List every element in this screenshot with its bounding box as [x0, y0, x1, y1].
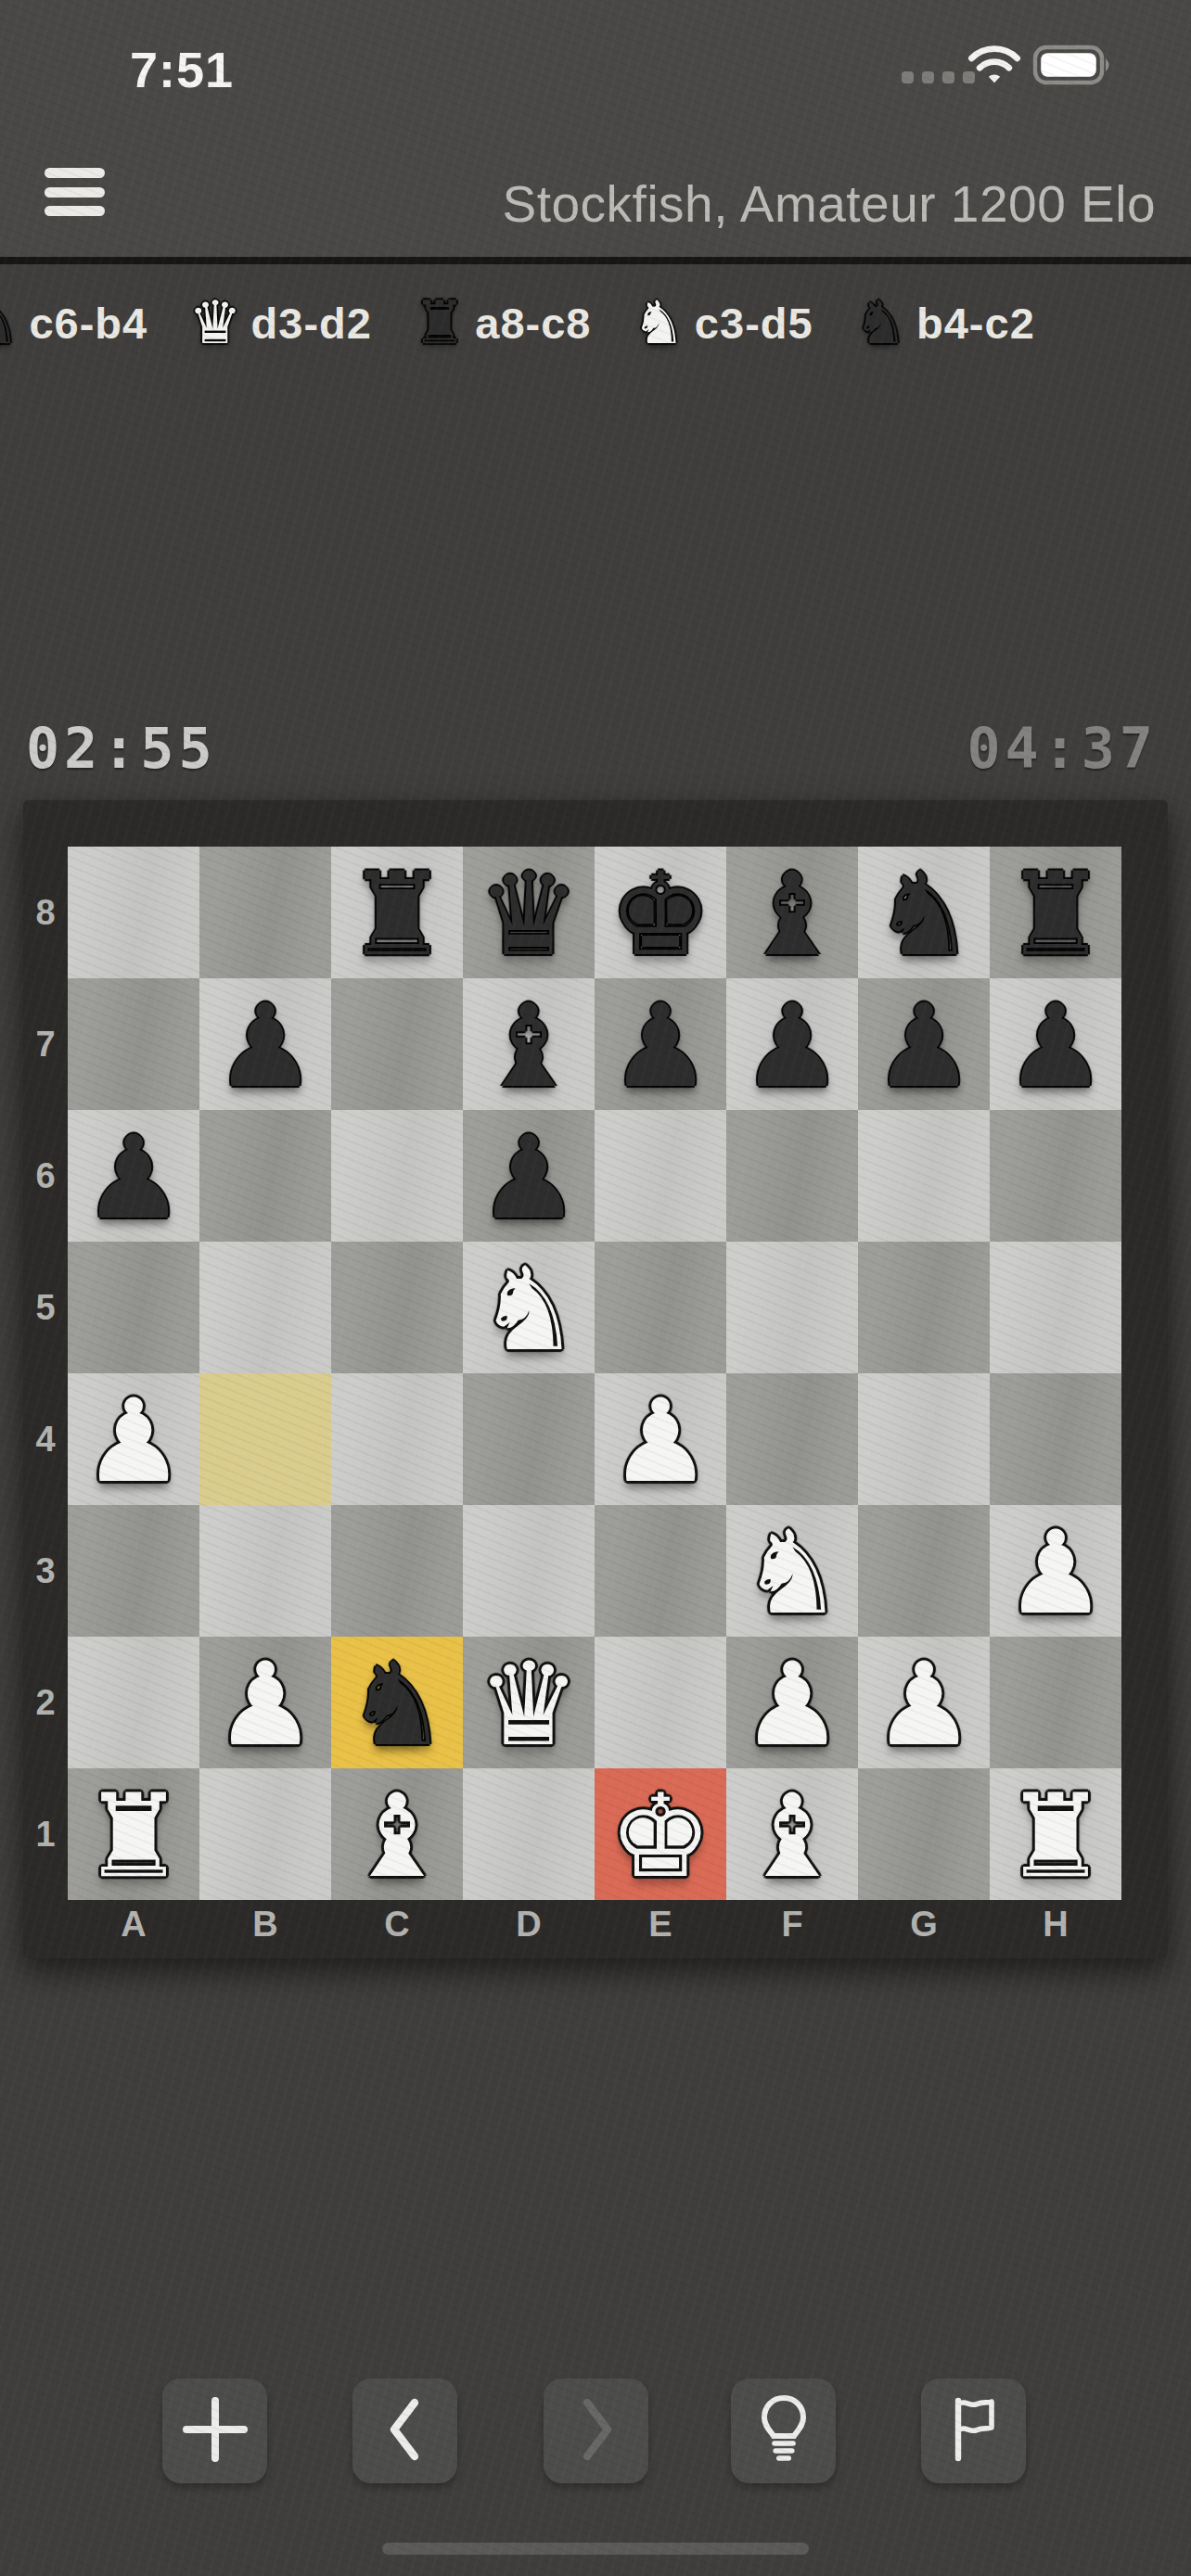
black-pawn: ♟: [199, 978, 331, 1110]
move-list: ♞c6-b4♛d3-d2♜a8-c8♞c3-d5♞b4-c2: [0, 274, 1191, 371]
square-e1[interactable]: ♚: [595, 1768, 726, 1900]
square-b3[interactable]: [199, 1505, 331, 1637]
square-d5[interactable]: ♞: [463, 1242, 595, 1373]
black-rook: ♜: [331, 847, 463, 978]
square-f6[interactable]: [726, 1110, 858, 1242]
black-pawn: ♟: [990, 978, 1121, 1110]
menu-button[interactable]: [45, 168, 105, 216]
white-pawn: ♟: [990, 1505, 1121, 1637]
resign-button[interactable]: [921, 2378, 1026, 2483]
move-item[interactable]: ♞c3-d5: [632, 293, 813, 352]
chess-app-screen: 7:51 Stockfish, Amateur 1200 Elo ♞c6-b4♛…: [0, 0, 1191, 2576]
opponent-clock: 04:37: [967, 716, 1158, 781]
black-pawn: ♟: [726, 978, 858, 1110]
white-pawn: ♟: [726, 1637, 858, 1768]
square-b7[interactable]: ♟: [199, 978, 331, 1110]
square-f8[interactable]: ♝: [726, 847, 858, 978]
square-a7[interactable]: [68, 978, 199, 1110]
black-bishop: ♝: [726, 847, 858, 978]
plus-icon: [181, 2395, 250, 2468]
white-queen-icon: ♛: [188, 293, 241, 352]
white-knight-icon: ♞: [632, 293, 685, 352]
square-g7[interactable]: ♟: [858, 978, 990, 1110]
file-label-d: D: [463, 1905, 595, 1945]
square-d3[interactable]: [463, 1505, 595, 1637]
white-pawn: ♟: [858, 1637, 990, 1768]
black-pawn: ♟: [595, 978, 726, 1110]
square-g3[interactable]: [858, 1505, 990, 1637]
square-g1[interactable]: [858, 1768, 990, 1900]
square-d2[interactable]: ♛: [463, 1637, 595, 1768]
square-c2[interactable]: ♞: [331, 1637, 463, 1768]
square-h3[interactable]: ♟: [990, 1505, 1121, 1637]
white-pawn: ♟: [595, 1373, 726, 1505]
square-e2[interactable]: [595, 1637, 726, 1768]
square-b8[interactable]: [199, 847, 331, 978]
move-label: b4-c2: [916, 298, 1035, 349]
square-a6[interactable]: ♟: [68, 1110, 199, 1242]
square-h5[interactable]: [990, 1242, 1121, 1373]
cellular-signal-icon: [902, 71, 975, 83]
white-bishop: ♝: [726, 1768, 858, 1900]
square-d6[interactable]: ♟: [463, 1110, 595, 1242]
white-pawn: ♟: [199, 1637, 331, 1768]
header-divider: [0, 257, 1191, 264]
rank-labels: 87654321: [23, 847, 68, 1900]
forward-button[interactable]: [544, 2378, 648, 2483]
move-label: a8-c8: [475, 298, 591, 349]
square-c8[interactable]: ♜: [331, 847, 463, 978]
square-a8[interactable]: [68, 847, 199, 978]
file-label-e: E: [595, 1905, 726, 1945]
square-b5[interactable]: [199, 1242, 331, 1373]
square-e4[interactable]: ♟: [595, 1373, 726, 1505]
black-rook: ♜: [990, 847, 1121, 978]
square-e6[interactable]: [595, 1110, 726, 1242]
rank-label-1: 1: [23, 1768, 68, 1900]
square-h7[interactable]: ♟: [990, 978, 1121, 1110]
white-king: ♚: [595, 1768, 726, 1900]
square-f1[interactable]: ♝: [726, 1768, 858, 1900]
square-a2[interactable]: [68, 1637, 199, 1768]
file-label-f: F: [726, 1905, 858, 1945]
rank-label-6: 6: [23, 1110, 68, 1242]
lightbulb-icon: [754, 2394, 813, 2468]
file-labels: ABCDEFGH: [68, 1905, 1121, 1945]
white-pawn: ♟: [68, 1373, 199, 1505]
white-rook: ♜: [68, 1768, 199, 1900]
file-label-b: B: [199, 1905, 331, 1945]
white-knight: ♞: [463, 1242, 595, 1373]
square-f3[interactable]: ♞: [726, 1505, 858, 1637]
file-label-c: C: [331, 1905, 463, 1945]
square-c3[interactable]: [331, 1505, 463, 1637]
move-item[interactable]: ♞b4-c2: [854, 293, 1035, 352]
square-b2[interactable]: ♟: [199, 1637, 331, 1768]
move-item[interactable]: ♞c6-b4: [0, 293, 147, 352]
square-f4[interactable]: [726, 1373, 858, 1505]
square-e8[interactable]: ♚: [595, 847, 726, 978]
hint-button[interactable]: [731, 2378, 836, 2483]
square-e7[interactable]: ♟: [595, 978, 726, 1110]
square-e3[interactable]: [595, 1505, 726, 1637]
square-a4[interactable]: ♟: [68, 1373, 199, 1505]
square-f5[interactable]: [726, 1242, 858, 1373]
black-bishop: ♝: [463, 978, 595, 1110]
file-label-g: G: [858, 1905, 990, 1945]
move-label: c3-d5: [695, 298, 813, 349]
square-a3[interactable]: [68, 1505, 199, 1637]
square-c5[interactable]: [331, 1242, 463, 1373]
rank-label-5: 5: [23, 1242, 68, 1373]
battery-icon: [1032, 45, 1114, 89]
square-c7[interactable]: [331, 978, 463, 1110]
move-label: c6-b4: [29, 298, 147, 349]
move-item[interactable]: ♜a8-c8: [413, 293, 592, 352]
black-knight: ♞: [331, 1637, 463, 1768]
rank-label-2: 2: [23, 1637, 68, 1768]
square-g4[interactable]: [858, 1373, 990, 1505]
rank-label-7: 7: [23, 978, 68, 1110]
black-knight-icon: ♞: [854, 293, 907, 352]
square-b4[interactable]: [199, 1373, 331, 1505]
top-bar: 7:51 Stockfish, Amateur 1200 Elo: [0, 0, 1191, 257]
square-a5[interactable]: [68, 1242, 199, 1373]
move-item[interactable]: ♛d3-d2: [188, 293, 372, 352]
file-label-a: A: [68, 1905, 199, 1945]
file-label-h: H: [990, 1905, 1121, 1945]
black-pawn: ♟: [68, 1110, 199, 1242]
black-pawn: ♟: [463, 1110, 595, 1242]
black-knight-icon: ♞: [0, 293, 19, 352]
white-queen: ♛: [463, 1637, 595, 1768]
square-h4[interactable]: [990, 1373, 1121, 1505]
opponent-title: Stockfish, Amateur 1200 Elo: [503, 174, 1156, 234]
square-h2[interactable]: [990, 1637, 1121, 1768]
home-indicator[interactable]: [382, 2543, 809, 2555]
square-b1[interactable]: [199, 1768, 331, 1900]
white-rook: ♜: [990, 1768, 1121, 1900]
square-h8[interactable]: ♜: [990, 847, 1121, 978]
flag-icon: [945, 2395, 1003, 2468]
black-rook-icon: ♜: [413, 293, 466, 352]
new-game-button[interactable]: [162, 2378, 267, 2483]
square-d1[interactable]: [463, 1768, 595, 1900]
board-grid: ♜♛♚♝♞♜♟♝♟♟♟♟♟♟♞♟♟♞♟♟♞♛♟♟♜♝♚♝♜: [68, 847, 1121, 1900]
square-c4[interactable]: [331, 1373, 463, 1505]
square-g6[interactable]: [858, 1110, 990, 1242]
square-b6[interactable]: [199, 1110, 331, 1242]
square-c1[interactable]: ♝: [331, 1768, 463, 1900]
status-time: 7:51: [130, 41, 234, 98]
back-button[interactable]: [352, 2378, 457, 2483]
black-pawn: ♟: [858, 978, 990, 1110]
chevron-right-icon: [567, 2395, 626, 2468]
square-g2[interactable]: ♟: [858, 1637, 990, 1768]
square-g5[interactable]: [858, 1242, 990, 1373]
square-d4[interactable]: [463, 1373, 595, 1505]
move-label: d3-d2: [251, 298, 372, 349]
square-g8[interactable]: ♞: [858, 847, 990, 978]
square-f2[interactable]: ♟: [726, 1637, 858, 1768]
black-queen: ♛: [463, 847, 595, 978]
square-h6[interactable]: [990, 1110, 1121, 1242]
white-knight: ♞: [726, 1505, 858, 1637]
square-d7[interactable]: ♝: [463, 978, 595, 1110]
rank-label-8: 8: [23, 847, 68, 978]
square-a1[interactable]: ♜: [68, 1768, 199, 1900]
square-c6[interactable]: [331, 1110, 463, 1242]
rank-label-3: 3: [23, 1505, 68, 1637]
white-bishop: ♝: [331, 1768, 463, 1900]
square-d8[interactable]: ♛: [463, 847, 595, 978]
chess-board: 87654321 ♜♛♚♝♞♜♟♝♟♟♟♟♟♟♞♟♟♞♟♟♞♛♟♟♜♝♚♝♜ A…: [23, 799, 1168, 1958]
player-clock: 02:55: [26, 716, 217, 781]
square-h1[interactable]: ♜: [990, 1768, 1121, 1900]
rank-label-4: 4: [23, 1373, 68, 1505]
black-knight: ♞: [858, 847, 990, 978]
black-king: ♚: [595, 847, 726, 978]
square-e5[interactable]: [595, 1242, 726, 1373]
square-f7[interactable]: ♟: [726, 978, 858, 1110]
chevron-left-icon: [376, 2395, 435, 2468]
wifi-icon: [967, 45, 1021, 89]
